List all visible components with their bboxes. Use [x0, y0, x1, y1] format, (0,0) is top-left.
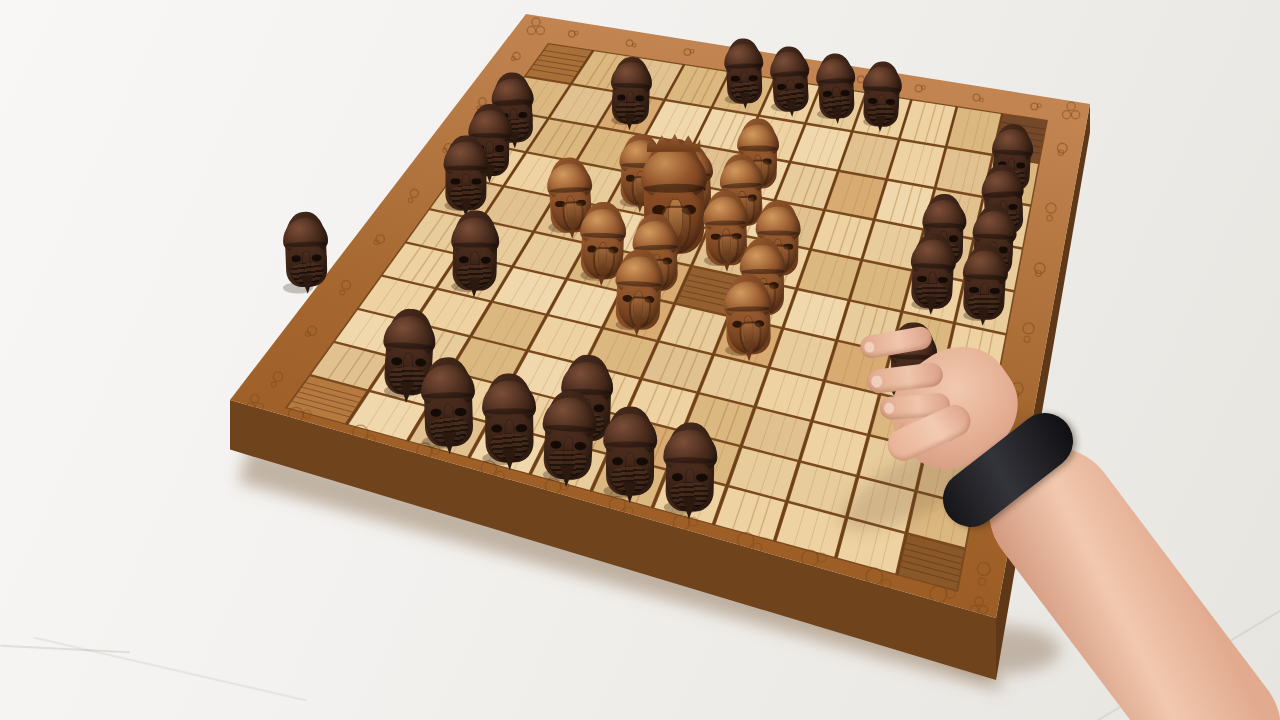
attacker-piece[interactable] — [450, 207, 500, 290]
nose-guard — [685, 469, 694, 498]
nose-guard — [627, 92, 634, 114]
attacker-piece[interactable] — [769, 42, 812, 112]
attacker-piece[interactable] — [723, 35, 765, 104]
nose-guard — [625, 453, 634, 482]
attacker-piece[interactable] — [909, 230, 958, 310]
attacker-piece[interactable] — [961, 241, 1010, 321]
nose-guard — [741, 73, 748, 94]
attacker-piece[interactable] — [815, 50, 857, 119]
attacker-piece[interactable] — [481, 370, 536, 463]
photo-scene — [0, 0, 1280, 720]
attacker-piece[interactable] — [540, 385, 599, 480]
nose-guard — [403, 354, 413, 383]
nose-guard — [980, 284, 988, 309]
nose-guard — [463, 174, 470, 198]
carved-shield — [717, 233, 739, 264]
nose-guard — [878, 95, 885, 116]
attacker-piece[interactable] — [662, 418, 717, 512]
nose-guard — [563, 437, 573, 466]
nose-guard — [504, 420, 513, 449]
nose-guard — [787, 80, 794, 101]
nose-guard — [303, 251, 311, 276]
nose-guard — [444, 404, 453, 433]
attacker-piece[interactable] — [602, 402, 656, 495]
attacker-piece[interactable] — [420, 353, 477, 447]
attacker-piece[interactable] — [609, 53, 652, 125]
king-crown — [646, 133, 700, 151]
nose-guard — [928, 273, 936, 298]
attacker-piece[interactable] — [861, 57, 904, 126]
nose-guard — [833, 87, 840, 108]
defender-piece[interactable] — [723, 271, 773, 355]
attacker-piece[interactable] — [444, 132, 489, 210]
defender-piece[interactable] — [613, 245, 665, 330]
helmet-dome — [641, 148, 707, 199]
attacker-piece-captured[interactable] — [282, 208, 330, 288]
nose-guard — [470, 253, 478, 279]
